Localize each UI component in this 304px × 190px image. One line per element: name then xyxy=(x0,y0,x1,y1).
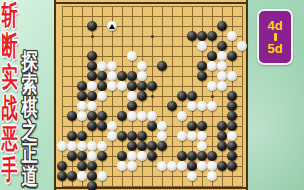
stone-white xyxy=(187,101,197,111)
grid-line-vertical xyxy=(242,6,243,187)
stone-black xyxy=(77,91,87,101)
stone-white xyxy=(197,131,207,141)
headline-char: 断 xyxy=(1,33,17,60)
stone-black xyxy=(147,121,157,131)
stone-white xyxy=(137,61,147,71)
subline-char: 正 xyxy=(21,142,37,165)
stone-black xyxy=(227,141,237,151)
stone-black xyxy=(57,171,67,181)
stone-black xyxy=(197,71,207,81)
stone-white xyxy=(227,71,237,81)
star-point xyxy=(151,35,154,38)
stone-white xyxy=(67,141,77,151)
stone-white xyxy=(87,101,97,111)
stone-white xyxy=(137,111,147,121)
stone-white xyxy=(107,81,117,91)
stone-black xyxy=(87,51,97,61)
star-point xyxy=(211,95,214,98)
stone-white xyxy=(137,71,147,81)
stone-black xyxy=(227,101,237,111)
stone-black xyxy=(87,71,97,81)
headline-char: 恶 xyxy=(1,126,17,153)
stone-white xyxy=(227,131,237,141)
stone-white xyxy=(217,51,227,61)
headline-vertical-text: 斩断实战恶手 xyxy=(0,2,20,184)
grid-line-vertical xyxy=(222,6,223,187)
stone-black xyxy=(117,71,127,81)
board-frame-bottom xyxy=(56,187,246,189)
stone-white xyxy=(97,171,107,181)
stone-black xyxy=(197,121,207,131)
stone-black xyxy=(67,131,77,141)
stone-black xyxy=(97,71,107,81)
stone-white xyxy=(227,31,237,41)
stone-black xyxy=(127,141,137,151)
headline-char: 斩 xyxy=(1,2,17,29)
stone-white xyxy=(217,81,227,91)
stone-white xyxy=(57,141,67,151)
stone-white xyxy=(97,91,107,101)
stone-black xyxy=(87,21,97,31)
subline-vertical-text: 探索棋之正道 xyxy=(19,50,39,188)
stone-white xyxy=(187,171,197,181)
stone-white xyxy=(147,111,157,121)
stone-black xyxy=(227,161,237,171)
stone-black xyxy=(197,151,207,161)
stone-white xyxy=(177,131,187,141)
stone-black xyxy=(217,121,227,131)
stone-black xyxy=(147,151,157,161)
stone-black xyxy=(127,71,137,81)
stone-white xyxy=(197,141,207,151)
stone-white xyxy=(207,161,217,171)
stone-white xyxy=(167,161,177,171)
stone-black xyxy=(217,161,227,171)
stone-black xyxy=(87,61,97,71)
stone-white xyxy=(77,141,87,151)
stone-black xyxy=(177,151,187,161)
stone-black xyxy=(87,91,97,101)
stone-black xyxy=(197,61,207,71)
stone-black xyxy=(127,101,137,111)
stone-white xyxy=(127,161,137,171)
stone-white xyxy=(107,61,117,71)
stone-black xyxy=(227,121,237,131)
stone-white xyxy=(137,151,147,161)
stone-black xyxy=(137,91,147,101)
star-point xyxy=(151,95,154,98)
stone-black xyxy=(57,161,67,171)
stone-black xyxy=(137,141,147,151)
stone-black xyxy=(127,81,137,91)
stone-black xyxy=(67,111,77,121)
stone-black xyxy=(227,91,237,101)
stone-white xyxy=(87,141,97,151)
stone-white xyxy=(237,41,247,51)
board-frame-top xyxy=(56,2,246,4)
stone-black xyxy=(77,151,87,161)
stone-white xyxy=(127,151,137,161)
subline-char: 棋 xyxy=(21,96,37,119)
last-move-triangle-marker xyxy=(109,24,115,29)
stone-black xyxy=(187,161,197,171)
rank-badge: 4d 5d xyxy=(257,9,293,65)
stone-white xyxy=(177,161,187,171)
stone-black xyxy=(147,81,157,91)
stone-black xyxy=(197,31,207,41)
stone-white xyxy=(127,91,137,101)
stone-white xyxy=(157,121,167,131)
headline-char: 战 xyxy=(1,95,17,122)
grid-line-horizontal xyxy=(62,136,243,137)
stone-black xyxy=(67,151,77,161)
stone-black xyxy=(127,131,137,141)
stone-white xyxy=(197,101,207,111)
subline-char: 道 xyxy=(21,165,37,188)
stone-black xyxy=(77,81,87,91)
stone-white xyxy=(77,111,87,121)
stone-white xyxy=(177,111,187,121)
stone-black xyxy=(147,141,157,151)
stone-white xyxy=(117,81,127,91)
stone-black xyxy=(217,131,227,141)
stone-black xyxy=(67,171,77,181)
stone-black xyxy=(217,141,227,151)
stone-white xyxy=(117,161,127,171)
stone-white xyxy=(97,141,107,151)
stone-black xyxy=(137,131,147,141)
stone-white xyxy=(187,131,197,141)
stone-white xyxy=(77,171,87,181)
stone-black xyxy=(97,121,107,131)
stone-black xyxy=(77,161,87,171)
stone-black xyxy=(77,131,87,141)
grid-line-vertical xyxy=(162,6,163,187)
stone-black xyxy=(227,111,237,121)
stone-black xyxy=(167,101,177,111)
stone-black xyxy=(157,61,167,71)
star-point xyxy=(91,35,94,38)
stone-black xyxy=(187,91,197,101)
rank-divider-bar xyxy=(274,33,277,41)
subline-char: 之 xyxy=(21,119,37,142)
stone-white xyxy=(107,71,117,81)
subline-char: 索 xyxy=(21,73,37,96)
go-board xyxy=(54,0,248,190)
stone-black xyxy=(117,111,127,121)
thumbnail-stage: 斩断实战恶手 探索棋之正道 4d 5d xyxy=(0,0,304,190)
stone-white xyxy=(207,171,217,181)
stone-black xyxy=(177,91,187,101)
stone-black xyxy=(217,41,227,51)
stone-black xyxy=(87,111,97,121)
headline-char: 手 xyxy=(1,157,17,184)
stone-white xyxy=(127,111,137,121)
stone-black xyxy=(97,111,107,121)
stone-black xyxy=(97,81,107,91)
stone-black xyxy=(87,181,97,190)
stone-white xyxy=(217,61,227,71)
grid-line-vertical xyxy=(172,6,173,187)
stone-white xyxy=(157,161,167,171)
stone-black xyxy=(117,131,127,141)
stone-white xyxy=(87,151,97,161)
stone-black xyxy=(97,151,107,161)
rank-bottom-label: 5d xyxy=(267,42,282,55)
subline-char: 探 xyxy=(21,50,37,73)
stone-white xyxy=(77,101,87,111)
stone-white xyxy=(207,101,217,111)
stone-white xyxy=(87,81,97,91)
stone-black xyxy=(227,51,237,61)
stone-black xyxy=(117,151,127,161)
stone-black xyxy=(207,151,217,161)
stone-white xyxy=(97,61,107,71)
rank-top-label: 4d xyxy=(267,19,282,32)
stone-white xyxy=(207,81,217,91)
stone-black xyxy=(187,121,197,131)
stone-black xyxy=(87,171,97,181)
stone-black xyxy=(157,141,167,151)
headline-char: 实 xyxy=(1,64,17,91)
stone-black xyxy=(87,121,97,131)
stone-black xyxy=(137,81,147,91)
stone-black xyxy=(187,31,197,41)
stone-black xyxy=(207,51,217,61)
stone-black xyxy=(187,151,197,161)
stone-black xyxy=(227,151,237,161)
stone-black xyxy=(207,31,217,41)
stone-white xyxy=(107,131,117,141)
stone-white xyxy=(197,161,207,171)
stone-white xyxy=(157,131,167,141)
stone-white xyxy=(217,71,227,81)
stone-white xyxy=(127,51,137,61)
stone-black xyxy=(87,161,97,171)
stone-white xyxy=(107,121,117,131)
stone-white xyxy=(197,41,207,51)
stone-white xyxy=(207,61,217,71)
stone-black xyxy=(217,21,227,31)
